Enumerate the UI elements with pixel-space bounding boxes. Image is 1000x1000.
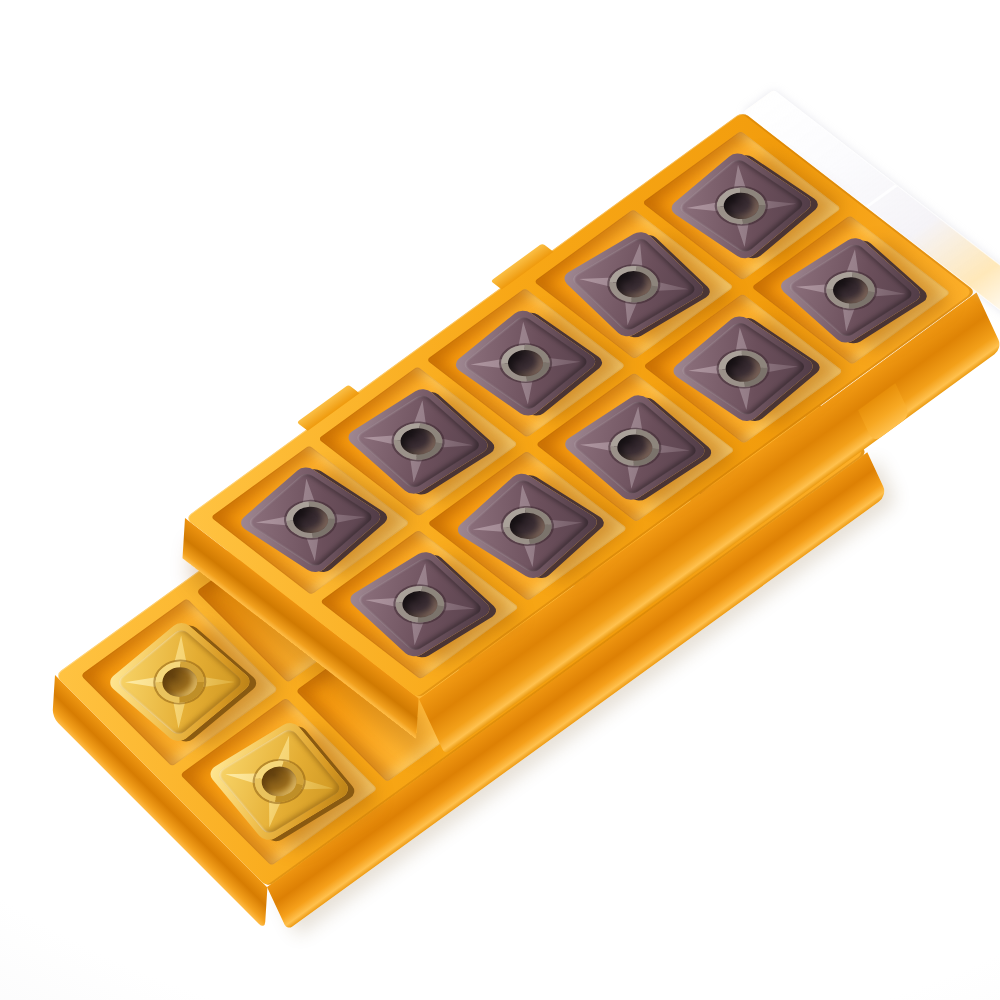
carbide-insert-purple bbox=[346, 549, 494, 660]
carbide-insert-purple bbox=[669, 313, 818, 425]
lid-seam bbox=[866, 184, 898, 207]
carbide-insert-purple bbox=[453, 470, 601, 581]
carbide-insert-purple bbox=[777, 235, 925, 346]
carbide-insert-purple bbox=[344, 386, 492, 497]
carbide-insert-purple bbox=[452, 307, 601, 419]
carbide-insert-purple bbox=[560, 229, 708, 340]
latch-tab bbox=[858, 383, 910, 442]
carbide-insert-purple bbox=[561, 392, 710, 503]
carbide-insert-gold bbox=[105, 619, 253, 745]
carbide-insert-purple bbox=[667, 150, 816, 262]
carbide-insert-gold bbox=[206, 719, 352, 843]
product-photo bbox=[0, 0, 1000, 1000]
carbide-insert-purple bbox=[236, 464, 384, 575]
